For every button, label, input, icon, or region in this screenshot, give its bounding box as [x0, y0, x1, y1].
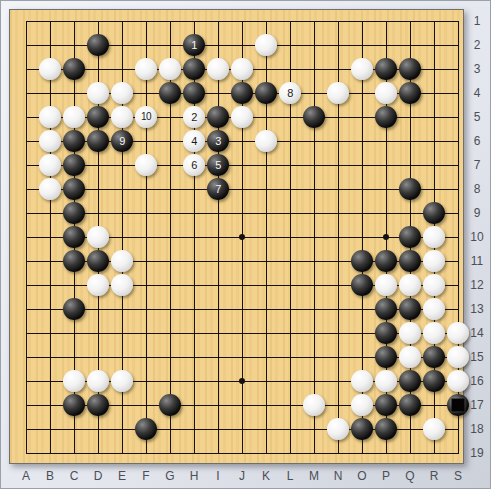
board-intersection-K6[interactable]	[254, 129, 278, 153]
board-intersection-C3[interactable]	[62, 57, 86, 81]
board-intersection-J3[interactable]	[230, 57, 254, 81]
board-intersection-L8[interactable]	[278, 177, 302, 201]
board-intersection-D3[interactable]	[86, 57, 110, 81]
board-intersection-K1[interactable]	[254, 9, 278, 33]
board-intersection-L5[interactable]	[278, 105, 302, 129]
board-intersection-R17[interactable]	[422, 393, 446, 417]
board-intersection-D1[interactable]	[86, 9, 110, 33]
board-intersection-B18[interactable]	[38, 417, 62, 441]
board-intersection-B4[interactable]	[38, 81, 62, 105]
board-intersection-N12[interactable]	[326, 273, 350, 297]
board-intersection-I16[interactable]	[206, 369, 230, 393]
board-intersection-E3[interactable]	[110, 57, 134, 81]
board-intersection-K4[interactable]	[254, 81, 278, 105]
board-intersection-O10[interactable]	[350, 225, 374, 249]
board-intersection-K7[interactable]	[254, 153, 278, 177]
board-intersection-R12[interactable]	[422, 273, 446, 297]
board-intersection-O7[interactable]	[350, 153, 374, 177]
board-intersection-O4[interactable]	[350, 81, 374, 105]
board-intersection-M13[interactable]	[302, 297, 326, 321]
board-intersection-M17[interactable]	[302, 393, 326, 417]
board-intersection-C5[interactable]	[62, 105, 86, 129]
board-intersection-F13[interactable]	[134, 297, 158, 321]
board-intersection-I7[interactable]: 5	[206, 153, 230, 177]
board-intersection-L18[interactable]	[278, 417, 302, 441]
board-intersection-R10[interactable]	[422, 225, 446, 249]
board-intersection-O13[interactable]	[350, 297, 374, 321]
board-intersection-E6[interactable]: 9	[110, 129, 134, 153]
board-intersection-B2[interactable]	[38, 33, 62, 57]
board-intersection-Q14[interactable]	[398, 321, 422, 345]
board-intersection-M15[interactable]	[302, 345, 326, 369]
board-intersection-I9[interactable]	[206, 201, 230, 225]
board-intersection-H17[interactable]	[182, 393, 206, 417]
board-intersection-M1[interactable]	[302, 9, 326, 33]
board-intersection-J14[interactable]	[230, 321, 254, 345]
board-intersection-A8[interactable]	[14, 177, 38, 201]
board-intersection-F8[interactable]	[134, 177, 158, 201]
board-intersection-C18[interactable]	[62, 417, 86, 441]
board-intersection-J12[interactable]	[230, 273, 254, 297]
board-intersection-D14[interactable]	[86, 321, 110, 345]
board-intersection-G13[interactable]	[158, 297, 182, 321]
board-intersection-H9[interactable]	[182, 201, 206, 225]
board-intersection-I19[interactable]	[206, 441, 230, 465]
board-intersection-P15[interactable]	[374, 345, 398, 369]
board-intersection-N19[interactable]	[326, 441, 350, 465]
board-intersection-J6[interactable]	[230, 129, 254, 153]
board-intersection-Q17[interactable]	[398, 393, 422, 417]
board-intersection-K15[interactable]	[254, 345, 278, 369]
board-intersection-C7[interactable]	[62, 153, 86, 177]
board-intersection-N2[interactable]	[326, 33, 350, 57]
board-intersection-G7[interactable]	[158, 153, 182, 177]
board-intersection-B15[interactable]	[38, 345, 62, 369]
board-intersection-H16[interactable]	[182, 369, 206, 393]
board-intersection-E4[interactable]	[110, 81, 134, 105]
board-intersection-G1[interactable]	[158, 9, 182, 33]
board-intersection-L19[interactable]	[278, 441, 302, 465]
board-intersection-Q2[interactable]	[398, 33, 422, 57]
board-intersection-O9[interactable]	[350, 201, 374, 225]
board-intersection-B11[interactable]	[38, 249, 62, 273]
board-intersection-D13[interactable]	[86, 297, 110, 321]
board-intersection-G4[interactable]	[158, 81, 182, 105]
board-intersection-F5[interactable]: 10	[134, 105, 158, 129]
board-intersection-D5[interactable]	[86, 105, 110, 129]
board-intersection-F9[interactable]	[134, 201, 158, 225]
board-intersection-I4[interactable]	[206, 81, 230, 105]
board-intersection-K5[interactable]	[254, 105, 278, 129]
board-intersection-F3[interactable]	[134, 57, 158, 81]
board-intersection-K2[interactable]	[254, 33, 278, 57]
board-intersection-J17[interactable]	[230, 393, 254, 417]
board-intersection-H1[interactable]	[182, 9, 206, 33]
board-intersection-P9[interactable]	[374, 201, 398, 225]
board-intersection-Q12[interactable]	[398, 273, 422, 297]
board-intersection-G14[interactable]	[158, 321, 182, 345]
board-intersection-B1[interactable]	[38, 9, 62, 33]
board-intersection-G5[interactable]	[158, 105, 182, 129]
board-intersection-G15[interactable]	[158, 345, 182, 369]
board-intersection-F1[interactable]	[134, 9, 158, 33]
board-intersection-Q19[interactable]	[398, 441, 422, 465]
board-intersection-M16[interactable]	[302, 369, 326, 393]
board-intersection-J15[interactable]	[230, 345, 254, 369]
board-intersection-C1[interactable]	[62, 9, 86, 33]
board-intersection-A2[interactable]	[14, 33, 38, 57]
board-intersection-H15[interactable]	[182, 345, 206, 369]
board-intersection-O5[interactable]	[350, 105, 374, 129]
board-intersection-I14[interactable]	[206, 321, 230, 345]
board-intersection-Q9[interactable]	[398, 201, 422, 225]
board-intersection-G8[interactable]	[158, 177, 182, 201]
board-intersection-G3[interactable]	[158, 57, 182, 81]
board-intersection-N3[interactable]	[326, 57, 350, 81]
board-intersection-I13[interactable]	[206, 297, 230, 321]
board-intersection-N11[interactable]	[326, 249, 350, 273]
board-intersection-M18[interactable]	[302, 417, 326, 441]
board-intersection-C6[interactable]	[62, 129, 86, 153]
board-intersection-A17[interactable]	[14, 393, 38, 417]
board-intersection-N15[interactable]	[326, 345, 350, 369]
board-intersection-R8[interactable]	[422, 177, 446, 201]
board-intersection-G16[interactable]	[158, 369, 182, 393]
board-intersection-D7[interactable]	[86, 153, 110, 177]
board-intersection-E1[interactable]	[110, 9, 134, 33]
board-intersection-F18[interactable]	[134, 417, 158, 441]
board-intersection-C2[interactable]	[62, 33, 86, 57]
board-intersection-G9[interactable]	[158, 201, 182, 225]
board-intersection-O6[interactable]	[350, 129, 374, 153]
board-intersection-P18[interactable]	[374, 417, 398, 441]
board-intersection-G6[interactable]	[158, 129, 182, 153]
board-intersection-C12[interactable]	[62, 273, 86, 297]
board-intersection-Q10[interactable]	[398, 225, 422, 249]
board-intersection-P14[interactable]	[374, 321, 398, 345]
board-intersection-F10[interactable]	[134, 225, 158, 249]
board-intersection-H12[interactable]	[182, 273, 206, 297]
board-intersection-G18[interactable]	[158, 417, 182, 441]
board-intersection-R3[interactable]	[422, 57, 446, 81]
board-intersection-H5[interactable]: 2	[182, 105, 206, 129]
board-intersection-N16[interactable]	[326, 369, 350, 393]
board-intersection-N7[interactable]	[326, 153, 350, 177]
board-intersection-B17[interactable]	[38, 393, 62, 417]
board-intersection-A9[interactable]	[14, 201, 38, 225]
board-intersection-O1[interactable]	[350, 9, 374, 33]
board-intersection-I3[interactable]	[206, 57, 230, 81]
board-intersection-B10[interactable]	[38, 225, 62, 249]
board-intersection-I5[interactable]	[206, 105, 230, 129]
board-intersection-B6[interactable]	[38, 129, 62, 153]
board-intersection-D15[interactable]	[86, 345, 110, 369]
board-intersection-K9[interactable]	[254, 201, 278, 225]
board-intersection-D6[interactable]	[86, 129, 110, 153]
board-intersection-R4[interactable]	[422, 81, 446, 105]
board-intersection-P17[interactable]	[374, 393, 398, 417]
board-intersection-C8[interactable]	[62, 177, 86, 201]
board-intersection-R1[interactable]	[422, 9, 446, 33]
board-intersection-P11[interactable]	[374, 249, 398, 273]
board-intersection-S17[interactable]	[446, 393, 470, 417]
board-intersection-C11[interactable]	[62, 249, 86, 273]
board-intersection-M9[interactable]	[302, 201, 326, 225]
board-intersection-K13[interactable]	[254, 297, 278, 321]
board-intersection-M7[interactable]	[302, 153, 326, 177]
board-intersection-I8[interactable]: 7	[206, 177, 230, 201]
board-intersection-M12[interactable]	[302, 273, 326, 297]
board-intersection-G2[interactable]	[158, 33, 182, 57]
board-intersection-L13[interactable]	[278, 297, 302, 321]
board-intersection-E11[interactable]	[110, 249, 134, 273]
board-intersection-L10[interactable]	[278, 225, 302, 249]
board-intersection-R2[interactable]	[422, 33, 446, 57]
board-intersection-M5[interactable]	[302, 105, 326, 129]
board-intersection-N18[interactable]	[326, 417, 350, 441]
board-intersection-K18[interactable]	[254, 417, 278, 441]
board-intersection-A6[interactable]	[14, 129, 38, 153]
board-intersection-G12[interactable]	[158, 273, 182, 297]
board-intersection-J7[interactable]	[230, 153, 254, 177]
board-intersection-J11[interactable]	[230, 249, 254, 273]
board-intersection-E5[interactable]	[110, 105, 134, 129]
board-intersection-R13[interactable]	[422, 297, 446, 321]
board-intersection-D16[interactable]	[86, 369, 110, 393]
board-intersection-I15[interactable]	[206, 345, 230, 369]
board-intersection-C14[interactable]	[62, 321, 86, 345]
board-intersection-I1[interactable]	[206, 9, 230, 33]
board-intersection-J5[interactable]	[230, 105, 254, 129]
board-intersection-O19[interactable]	[350, 441, 374, 465]
board-intersection-A3[interactable]	[14, 57, 38, 81]
board-intersection-C4[interactable]	[62, 81, 86, 105]
board-intersection-P3[interactable]	[374, 57, 398, 81]
board-intersection-N6[interactable]	[326, 129, 350, 153]
board-intersection-B9[interactable]	[38, 201, 62, 225]
board-intersection-L11[interactable]	[278, 249, 302, 273]
board-intersection-J16[interactable]	[230, 369, 254, 393]
board-intersection-J2[interactable]	[230, 33, 254, 57]
board-intersection-L16[interactable]	[278, 369, 302, 393]
board-intersection-C15[interactable]	[62, 345, 86, 369]
board-intersection-M2[interactable]	[302, 33, 326, 57]
board-intersection-N4[interactable]	[326, 81, 350, 105]
board-intersection-H11[interactable]	[182, 249, 206, 273]
board-intersection-F4[interactable]	[134, 81, 158, 105]
board-intersection-P19[interactable]	[374, 441, 398, 465]
board-intersection-Q6[interactable]	[398, 129, 422, 153]
board-intersection-K14[interactable]	[254, 321, 278, 345]
board-intersection-A11[interactable]	[14, 249, 38, 273]
board-intersection-R7[interactable]	[422, 153, 446, 177]
board-intersection-E9[interactable]	[110, 201, 134, 225]
board-intersection-R11[interactable]	[422, 249, 446, 273]
board-intersection-O16[interactable]	[350, 369, 374, 393]
board-intersection-P5[interactable]	[374, 105, 398, 129]
board-intersection-F14[interactable]	[134, 321, 158, 345]
board-intersection-B5[interactable]	[38, 105, 62, 129]
board-intersection-L12[interactable]	[278, 273, 302, 297]
board-intersection-F11[interactable]	[134, 249, 158, 273]
board-intersection-R16[interactable]	[422, 369, 446, 393]
board-intersection-L2[interactable]	[278, 33, 302, 57]
board-intersection-B7[interactable]	[38, 153, 62, 177]
board-intersection-E15[interactable]	[110, 345, 134, 369]
board-intersection-D4[interactable]	[86, 81, 110, 105]
board-intersection-E17[interactable]	[110, 393, 134, 417]
board-intersection-J9[interactable]	[230, 201, 254, 225]
board-intersection-K10[interactable]	[254, 225, 278, 249]
board-intersection-H4[interactable]	[182, 81, 206, 105]
board-intersection-D18[interactable]	[86, 417, 110, 441]
board-intersection-M4[interactable]	[302, 81, 326, 105]
board-intersection-H18[interactable]	[182, 417, 206, 441]
board-intersection-P10[interactable]	[374, 225, 398, 249]
board-intersection-F16[interactable]	[134, 369, 158, 393]
board-intersection-L9[interactable]	[278, 201, 302, 225]
board-intersection-P8[interactable]	[374, 177, 398, 201]
board-intersection-A19[interactable]	[14, 441, 38, 465]
board-intersection-C16[interactable]	[62, 369, 86, 393]
board-intersection-D10[interactable]	[86, 225, 110, 249]
board-intersection-L1[interactable]	[278, 9, 302, 33]
board-intersection-D2[interactable]	[86, 33, 110, 57]
board-intersection-Q8[interactable]	[398, 177, 422, 201]
board-intersection-I10[interactable]	[206, 225, 230, 249]
board-intersection-K16[interactable]	[254, 369, 278, 393]
board-intersection-E7[interactable]	[110, 153, 134, 177]
board-intersection-A12[interactable]	[14, 273, 38, 297]
board-intersection-L15[interactable]	[278, 345, 302, 369]
board-intersection-Q13[interactable]	[398, 297, 422, 321]
board-intersection-K8[interactable]	[254, 177, 278, 201]
board-intersection-C19[interactable]	[62, 441, 86, 465]
board-intersection-R5[interactable]	[422, 105, 446, 129]
board-intersection-B8[interactable]	[38, 177, 62, 201]
board-intersection-Q15[interactable]	[398, 345, 422, 369]
board-intersection-S15[interactable]	[446, 345, 470, 369]
board-intersection-I17[interactable]	[206, 393, 230, 417]
board-intersection-H2[interactable]: 1	[182, 33, 206, 57]
board-intersection-D8[interactable]	[86, 177, 110, 201]
board-intersection-E16[interactable]	[110, 369, 134, 393]
board-intersection-J1[interactable]	[230, 9, 254, 33]
board-intersection-G11[interactable]	[158, 249, 182, 273]
board-intersection-J13[interactable]	[230, 297, 254, 321]
board-intersection-A1[interactable]	[14, 9, 38, 33]
board-intersection-H6[interactable]: 4	[182, 129, 206, 153]
board-intersection-B13[interactable]	[38, 297, 62, 321]
board-intersection-A13[interactable]	[14, 297, 38, 321]
board-intersection-P6[interactable]	[374, 129, 398, 153]
board-intersection-Q3[interactable]	[398, 57, 422, 81]
board-intersection-H3[interactable]	[182, 57, 206, 81]
board-intersection-K17[interactable]	[254, 393, 278, 417]
board-intersection-M10[interactable]	[302, 225, 326, 249]
board-intersection-R6[interactable]	[422, 129, 446, 153]
board-intersection-S14[interactable]	[446, 321, 470, 345]
board-intersection-I11[interactable]	[206, 249, 230, 273]
board-intersection-M3[interactable]	[302, 57, 326, 81]
board-intersection-K3[interactable]	[254, 57, 278, 81]
board-intersection-F6[interactable]	[134, 129, 158, 153]
board-intersection-O2[interactable]	[350, 33, 374, 57]
board-intersection-A18[interactable]	[14, 417, 38, 441]
board-intersection-N9[interactable]	[326, 201, 350, 225]
board-intersection-M6[interactable]	[302, 129, 326, 153]
board-intersection-F12[interactable]	[134, 273, 158, 297]
board-intersection-H13[interactable]	[182, 297, 206, 321]
board-intersection-L6[interactable]	[278, 129, 302, 153]
board-intersection-P16[interactable]	[374, 369, 398, 393]
board-intersection-O17[interactable]	[350, 393, 374, 417]
board-intersection-L3[interactable]	[278, 57, 302, 81]
board-intersection-Q4[interactable]	[398, 81, 422, 105]
board-intersection-O11[interactable]	[350, 249, 374, 273]
board-intersection-N10[interactable]	[326, 225, 350, 249]
board-intersection-H19[interactable]	[182, 441, 206, 465]
board-intersection-J8[interactable]	[230, 177, 254, 201]
board-intersection-R14[interactable]	[422, 321, 446, 345]
board-intersection-N14[interactable]	[326, 321, 350, 345]
board-intersection-H14[interactable]	[182, 321, 206, 345]
board-intersection-C10[interactable]	[62, 225, 86, 249]
board-intersection-O18[interactable]	[350, 417, 374, 441]
board-intersection-N8[interactable]	[326, 177, 350, 201]
board-intersection-M14[interactable]	[302, 321, 326, 345]
board-intersection-I12[interactable]	[206, 273, 230, 297]
board-intersection-B16[interactable]	[38, 369, 62, 393]
board-intersection-K12[interactable]	[254, 273, 278, 297]
board-intersection-B12[interactable]	[38, 273, 62, 297]
board-intersection-M11[interactable]	[302, 249, 326, 273]
board-intersection-E12[interactable]	[110, 273, 134, 297]
board-intersection-E8[interactable]	[110, 177, 134, 201]
board-intersection-O14[interactable]	[350, 321, 374, 345]
board-intersection-O15[interactable]	[350, 345, 374, 369]
board-intersection-C9[interactable]	[62, 201, 86, 225]
board-intersection-O8[interactable]	[350, 177, 374, 201]
board-intersection-E10[interactable]	[110, 225, 134, 249]
board-intersection-Q11[interactable]	[398, 249, 422, 273]
board-intersection-I6[interactable]: 3	[206, 129, 230, 153]
board-intersection-R19[interactable]	[422, 441, 446, 465]
board-intersection-P7[interactable]	[374, 153, 398, 177]
board-intersection-F19[interactable]	[134, 441, 158, 465]
board-intersection-E13[interactable]	[110, 297, 134, 321]
board-intersection-D11[interactable]	[86, 249, 110, 273]
board-intersection-C13[interactable]	[62, 297, 86, 321]
board-intersection-P4[interactable]	[374, 81, 398, 105]
board-intersection-A5[interactable]	[14, 105, 38, 129]
board-intersection-D19[interactable]	[86, 441, 110, 465]
board-intersection-C17[interactable]	[62, 393, 86, 417]
board-intersection-A10[interactable]	[14, 225, 38, 249]
board-intersection-P1[interactable]	[374, 9, 398, 33]
board-intersection-K19[interactable]	[254, 441, 278, 465]
board-intersection-J18[interactable]	[230, 417, 254, 441]
board-intersection-B3[interactable]	[38, 57, 62, 81]
board-intersection-E18[interactable]	[110, 417, 134, 441]
board-intersection-F17[interactable]	[134, 393, 158, 417]
board-intersection-N5[interactable]	[326, 105, 350, 129]
board-intersection-E14[interactable]	[110, 321, 134, 345]
board-intersection-Q7[interactable]	[398, 153, 422, 177]
board-intersection-K11[interactable]	[254, 249, 278, 273]
board-intersection-N13[interactable]	[326, 297, 350, 321]
board-intersection-E2[interactable]	[110, 33, 134, 57]
